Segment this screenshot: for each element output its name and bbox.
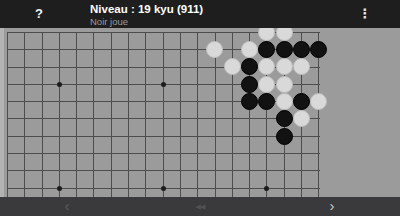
turn-status: Noir joue xyxy=(90,16,203,27)
board-edge-highlight xyxy=(0,28,4,197)
board-grid-lines xyxy=(7,32,319,197)
black-stone xyxy=(310,41,327,58)
title-block: Niveau : 19 kyu (911) Noir joue xyxy=(90,3,203,27)
white-stone xyxy=(241,41,258,58)
black-stone xyxy=(276,128,293,145)
white-stone xyxy=(258,76,275,93)
white-stone xyxy=(224,58,241,75)
white-stone xyxy=(276,76,293,93)
previous-move-icon[interactable]: ‹ xyxy=(58,197,76,216)
go-board[interactable] xyxy=(0,28,400,197)
hoshi-point xyxy=(161,186,166,191)
black-stone xyxy=(276,41,293,58)
app-screen: ? Niveau : 19 kyu (911) Noir joue ⋮ ‹ ◀◀… xyxy=(0,0,400,216)
skip-to-start-icon[interactable]: ◀◀ xyxy=(188,197,212,216)
hoshi-point xyxy=(264,186,269,191)
white-stone xyxy=(310,93,327,110)
black-stone xyxy=(293,41,310,58)
black-stone xyxy=(293,93,310,110)
hoshi-point xyxy=(57,186,62,191)
hoshi-point xyxy=(57,82,62,87)
white-stone xyxy=(276,58,293,75)
black-stone xyxy=(241,93,258,110)
black-stone xyxy=(276,110,293,127)
level-title: Niveau : 19 kyu (911) xyxy=(90,3,203,16)
next-move-icon[interactable]: › xyxy=(323,197,341,216)
black-stone xyxy=(241,76,258,93)
help-icon[interactable]: ? xyxy=(30,5,48,23)
header-bar: ? Niveau : 19 kyu (911) Noir joue ⋮ xyxy=(0,0,400,28)
overflow-menu-icon[interactable]: ⋮ xyxy=(358,5,372,23)
navigation-toolbar: ‹ ◀◀ › xyxy=(0,197,400,216)
hoshi-point xyxy=(161,82,166,87)
white-stone xyxy=(276,93,293,110)
